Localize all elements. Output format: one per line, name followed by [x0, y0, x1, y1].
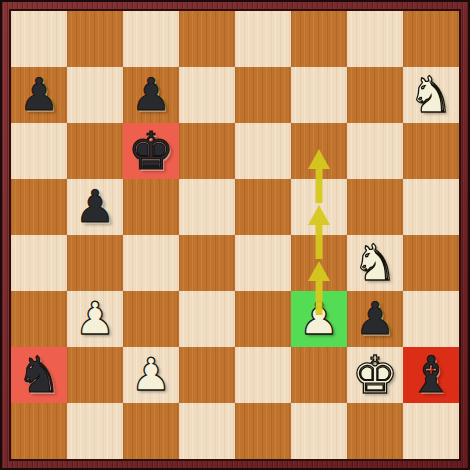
square-f3[interactable]: ♟: [291, 291, 347, 347]
square-h5[interactable]: [403, 179, 459, 235]
square-h6[interactable]: [403, 123, 459, 179]
square-e1[interactable]: [235, 403, 291, 459]
board-inner-frame: ♟♟♞♚♟♞♟♟♟♞♟♚♝: [9, 9, 461, 461]
square-f1[interactable]: [291, 403, 347, 459]
square-a7[interactable]: ♟: [11, 67, 67, 123]
square-c5[interactable]: [123, 179, 179, 235]
square-f2[interactable]: [291, 347, 347, 403]
square-e7[interactable]: [235, 67, 291, 123]
square-d8[interactable]: [179, 11, 235, 67]
square-e3[interactable]: [235, 291, 291, 347]
square-a3[interactable]: [11, 291, 67, 347]
square-b2[interactable]: [67, 347, 123, 403]
square-h2[interactable]: ♝: [403, 347, 459, 403]
square-c2[interactable]: ♟: [123, 347, 179, 403]
square-c8[interactable]: [123, 11, 179, 67]
square-b6[interactable]: [67, 123, 123, 179]
piece-black-pawn-a7[interactable]: ♟: [19, 67, 59, 123]
square-e5[interactable]: [235, 179, 291, 235]
square-b1[interactable]: [67, 403, 123, 459]
square-a2[interactable]: ♞: [11, 347, 67, 403]
piece-black-king-c6[interactable]: ♚: [128, 123, 175, 179]
square-c7[interactable]: ♟: [123, 67, 179, 123]
square-a8[interactable]: [11, 11, 67, 67]
piece-white-knight-h7[interactable]: ♞: [409, 67, 454, 123]
piece-black-knight-a2[interactable]: ♞: [17, 347, 62, 403]
square-b3[interactable]: ♟: [67, 291, 123, 347]
square-b7[interactable]: [67, 67, 123, 123]
square-e2[interactable]: [235, 347, 291, 403]
square-g6[interactable]: [347, 123, 403, 179]
piece-black-bishop-h2[interactable]: ♝: [409, 347, 454, 403]
square-f4[interactable]: [291, 235, 347, 291]
square-f8[interactable]: [291, 11, 347, 67]
chess-board: ♟♟♞♚♟♞♟♟♟♞♟♚♝: [11, 11, 459, 459]
square-a4[interactable]: [11, 235, 67, 291]
square-g5[interactable]: [347, 179, 403, 235]
square-f5[interactable]: [291, 179, 347, 235]
piece-black-pawn-b5[interactable]: ♟: [75, 179, 115, 235]
square-b4[interactable]: [67, 235, 123, 291]
square-f6[interactable]: [291, 123, 347, 179]
piece-black-pawn-g3[interactable]: ♟: [355, 291, 395, 347]
piece-white-pawn-f3[interactable]: ♟: [299, 291, 339, 347]
board-frame: ♟♟♞♚♟♞♟♟♟♞♟♚♝: [0, 0, 470, 470]
square-h3[interactable]: [403, 291, 459, 347]
square-e6[interactable]: [235, 123, 291, 179]
square-h8[interactable]: [403, 11, 459, 67]
square-h4[interactable]: [403, 235, 459, 291]
square-d1[interactable]: [179, 403, 235, 459]
square-d2[interactable]: [179, 347, 235, 403]
square-b5[interactable]: ♟: [67, 179, 123, 235]
square-h1[interactable]: [403, 403, 459, 459]
square-c6[interactable]: ♚: [123, 123, 179, 179]
square-c1[interactable]: [123, 403, 179, 459]
square-g4[interactable]: ♞: [347, 235, 403, 291]
square-g1[interactable]: [347, 403, 403, 459]
piece-white-pawn-c2[interactable]: ♟: [131, 347, 171, 403]
square-g3[interactable]: ♟: [347, 291, 403, 347]
square-e4[interactable]: [235, 235, 291, 291]
square-g8[interactable]: [347, 11, 403, 67]
square-a5[interactable]: [11, 179, 67, 235]
square-g2[interactable]: ♚: [347, 347, 403, 403]
square-c4[interactable]: [123, 235, 179, 291]
piece-white-king-g2[interactable]: ♚: [352, 347, 399, 403]
square-d6[interactable]: [179, 123, 235, 179]
square-g7[interactable]: [347, 67, 403, 123]
piece-white-pawn-b3[interactable]: ♟: [75, 291, 115, 347]
square-a1[interactable]: [11, 403, 67, 459]
square-h7[interactable]: ♞: [403, 67, 459, 123]
piece-black-pawn-c7[interactable]: ♟: [131, 67, 171, 123]
square-c3[interactable]: [123, 291, 179, 347]
square-d3[interactable]: [179, 291, 235, 347]
square-f7[interactable]: [291, 67, 347, 123]
square-b8[interactable]: [67, 11, 123, 67]
piece-white-knight-g4[interactable]: ♞: [353, 235, 398, 291]
square-d7[interactable]: [179, 67, 235, 123]
square-e8[interactable]: [235, 11, 291, 67]
square-d5[interactable]: [179, 179, 235, 235]
square-d4[interactable]: [179, 235, 235, 291]
square-a6[interactable]: [11, 123, 67, 179]
